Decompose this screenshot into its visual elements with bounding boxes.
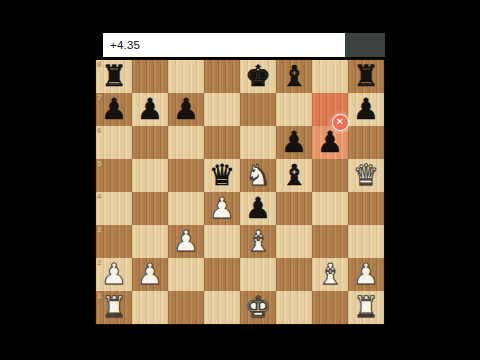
black-king[interactable]: ♚ [240, 60, 276, 93]
square-h3[interactable] [348, 225, 384, 258]
square-d8[interactable] [204, 60, 240, 93]
black-pawn[interactable]: ♟ [348, 93, 384, 126]
rank-label-5: 5 [97, 159, 101, 168]
square-h1[interactable]: ♜ [348, 291, 384, 324]
white-pawn[interactable]: ♟ [168, 225, 204, 258]
square-d6[interactable] [204, 126, 240, 159]
square-b6[interactable] [132, 126, 168, 159]
evaluation-bar-white-segment: +4.35 [103, 33, 345, 57]
square-c2[interactable] [168, 258, 204, 291]
rank-label-4: 4 [97, 192, 101, 201]
square-c3[interactable]: ♟ [168, 225, 204, 258]
black-queen[interactable]: ♛ [204, 159, 240, 192]
square-h4[interactable] [348, 192, 384, 225]
incorrect-move-icon: ✕ [332, 114, 349, 131]
square-c4[interactable] [168, 192, 204, 225]
square-e6[interactable] [240, 126, 276, 159]
black-pawn[interactable]: ♟ [96, 93, 132, 126]
square-g5[interactable] [312, 159, 348, 192]
black-rook[interactable]: ♜ [348, 60, 384, 93]
square-a1[interactable]: 1♜ [96, 291, 132, 324]
square-c8[interactable] [168, 60, 204, 93]
square-b3[interactable] [132, 225, 168, 258]
square-g2[interactable]: ♝ [312, 258, 348, 291]
square-b1[interactable] [132, 291, 168, 324]
square-a7[interactable]: 7♟ [96, 93, 132, 126]
square-b2[interactable]: ♟ [132, 258, 168, 291]
white-pawn[interactable]: ♟ [96, 258, 132, 291]
square-a4[interactable]: 4 [96, 192, 132, 225]
white-queen[interactable]: ♛ [348, 159, 384, 192]
square-f8[interactable]: ♝ [276, 60, 312, 93]
square-c7[interactable]: ♟ [168, 93, 204, 126]
video-frame: +4.35 8♜♚♝♜7♟♟♟♟6♟♟5♛♞♝♛4♟♟3♟♝2♟♟♝♟1♜♚♜ … [0, 0, 480, 360]
square-h6[interactable] [348, 126, 384, 159]
square-e4[interactable]: ♟ [240, 192, 276, 225]
square-h5[interactable]: ♛ [348, 159, 384, 192]
square-c5[interactable] [168, 159, 204, 192]
black-pawn[interactable]: ♟ [168, 93, 204, 126]
square-d5[interactable]: ♛ [204, 159, 240, 192]
square-g3[interactable] [312, 225, 348, 258]
square-a2[interactable]: 2♟ [96, 258, 132, 291]
square-d4[interactable]: ♟ [204, 192, 240, 225]
black-rook[interactable]: ♜ [96, 60, 132, 93]
square-a3[interactable]: 3 [96, 225, 132, 258]
square-c6[interactable] [168, 126, 204, 159]
black-pawn[interactable]: ♟ [240, 192, 276, 225]
black-pawn[interactable]: ♟ [276, 126, 312, 159]
chess-board: 8♜♚♝♜7♟♟♟♟6♟♟5♛♞♝♛4♟♟3♟♝2♟♟♝♟1♜♚♜ [96, 60, 384, 324]
square-e2[interactable] [240, 258, 276, 291]
white-pawn[interactable]: ♟ [204, 192, 240, 225]
square-h7[interactable]: ♟ [348, 93, 384, 126]
white-rook[interactable]: ♜ [348, 291, 384, 324]
square-b5[interactable] [132, 159, 168, 192]
square-f3[interactable] [276, 225, 312, 258]
square-d1[interactable] [204, 291, 240, 324]
square-e5[interactable]: ♞ [240, 159, 276, 192]
square-e3[interactable]: ♝ [240, 225, 276, 258]
square-g1[interactable] [312, 291, 348, 324]
square-h2[interactable]: ♟ [348, 258, 384, 291]
evaluation-bar-black-segment [345, 33, 385, 57]
white-bishop[interactable]: ♝ [312, 258, 348, 291]
square-d7[interactable] [204, 93, 240, 126]
square-a8[interactable]: 8♜ [96, 60, 132, 93]
square-f7[interactable] [276, 93, 312, 126]
white-pawn[interactable]: ♟ [132, 258, 168, 291]
square-h8[interactable]: ♜ [348, 60, 384, 93]
square-g4[interactable] [312, 192, 348, 225]
white-knight[interactable]: ♞ [240, 159, 276, 192]
square-a6[interactable]: 6 [96, 126, 132, 159]
black-pawn[interactable]: ♟ [132, 93, 168, 126]
white-pawn[interactable]: ♟ [348, 258, 384, 291]
black-pawn[interactable]: ♟ [312, 126, 348, 159]
square-e7[interactable] [240, 93, 276, 126]
white-rook[interactable]: ♜ [96, 291, 132, 324]
square-a5[interactable]: 5 [96, 159, 132, 192]
square-f6[interactable]: ♟ [276, 126, 312, 159]
square-f1[interactable] [276, 291, 312, 324]
square-b4[interactable] [132, 192, 168, 225]
evaluation-score: +4.35 [103, 39, 140, 51]
rank-label-3: 3 [97, 225, 101, 234]
square-d2[interactable] [204, 258, 240, 291]
square-f4[interactable] [276, 192, 312, 225]
white-bishop[interactable]: ♝ [240, 225, 276, 258]
square-d3[interactable] [204, 225, 240, 258]
square-e1[interactable]: ♚ [240, 291, 276, 324]
black-bishop[interactable]: ♝ [276, 60, 312, 93]
square-g6[interactable]: ♟ [312, 126, 348, 159]
square-b7[interactable]: ♟ [132, 93, 168, 126]
square-c1[interactable] [168, 291, 204, 324]
square-b8[interactable] [132, 60, 168, 93]
square-e8[interactable]: ♚ [240, 60, 276, 93]
rank-label-6: 6 [97, 126, 101, 135]
square-f2[interactable] [276, 258, 312, 291]
black-bishop[interactable]: ♝ [276, 159, 312, 192]
x-icon: ✕ [336, 117, 344, 127]
white-king[interactable]: ♚ [240, 291, 276, 324]
evaluation-bar: +4.35 [103, 33, 385, 57]
square-f5[interactable]: ♝ [276, 159, 312, 192]
square-g8[interactable] [312, 60, 348, 93]
